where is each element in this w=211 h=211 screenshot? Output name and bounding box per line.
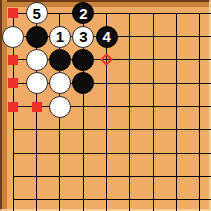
black-stone-move-4: 4 bbox=[96, 26, 118, 48]
red-square-marker bbox=[8, 55, 18, 65]
red-diamond-marker bbox=[100, 54, 113, 67]
go-board[interactable]: 52134 bbox=[0, 0, 211, 211]
move-number-label: 2 bbox=[79, 5, 87, 20]
move-number-label: 3 bbox=[79, 29, 87, 44]
white-stone bbox=[2, 26, 24, 48]
black-stone bbox=[26, 26, 48, 48]
move-number-label: 1 bbox=[56, 29, 64, 44]
go-diagram: 52134 bbox=[0, 0, 211, 211]
white-stone-move-3: 3 bbox=[72, 26, 94, 48]
move-number-label: 5 bbox=[32, 5, 40, 20]
grid-line-horizontal bbox=[13, 199, 211, 200]
black-stone bbox=[72, 49, 94, 71]
grid-line-horizontal bbox=[13, 106, 211, 107]
move-number-label: 4 bbox=[102, 29, 110, 44]
grid-line-vertical bbox=[129, 13, 130, 211]
grid-line-horizontal bbox=[13, 176, 211, 177]
grid-line-vertical bbox=[199, 13, 200, 211]
white-stone bbox=[26, 49, 48, 71]
grid-line-vertical bbox=[176, 13, 177, 211]
red-square-marker bbox=[8, 8, 18, 18]
white-stone-move-5: 5 bbox=[26, 2, 48, 24]
grid-line-horizontal bbox=[13, 129, 211, 130]
grid-line-horizontal bbox=[13, 153, 211, 154]
grid-line-vertical bbox=[153, 13, 154, 211]
black-stone bbox=[72, 72, 94, 94]
white-stone bbox=[49, 72, 71, 94]
black-stone-move-2: 2 bbox=[72, 2, 94, 24]
red-square-marker bbox=[32, 102, 42, 112]
black-stone bbox=[49, 49, 71, 71]
red-square-marker bbox=[8, 102, 18, 112]
white-stone-move-1: 1 bbox=[49, 26, 71, 48]
white-stone bbox=[49, 96, 71, 118]
red-square-marker bbox=[8, 78, 18, 88]
white-stone bbox=[26, 72, 48, 94]
